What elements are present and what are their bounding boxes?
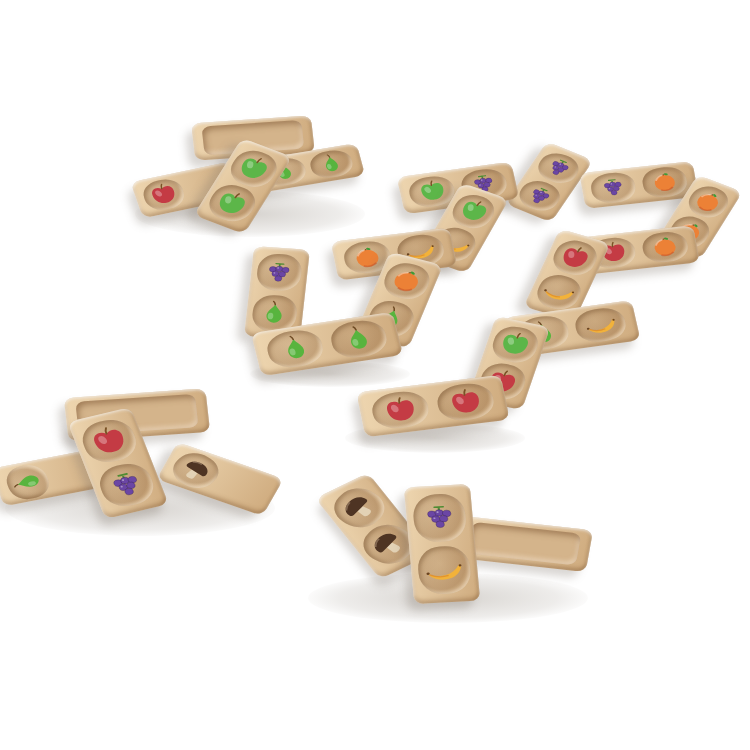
tile-cells: [408, 490, 477, 598]
tile-cells: [247, 251, 306, 336]
red-apple-cell: [364, 386, 437, 434]
red-apple-icon: [369, 388, 432, 431]
red-apple-icon: [140, 176, 188, 213]
grapes-icon: [256, 253, 303, 292]
pear-icon: [263, 327, 326, 370]
banana-icon: [572, 305, 629, 344]
grapes-icon: [412, 493, 467, 543]
pear-icon: [1, 461, 53, 503]
tile-cells: [585, 163, 692, 206]
green-apple-icon: [489, 323, 542, 365]
banana-cell: [568, 303, 634, 347]
orange-icon: [640, 165, 689, 199]
grapes-cell: [252, 251, 307, 295]
banana-cell: [412, 542, 476, 598]
grapes-cell: [585, 169, 642, 207]
orange-icon: [640, 230, 690, 265]
domino-grapes-banana[interactable]: [404, 484, 480, 604]
orange-cell: [636, 228, 694, 267]
tile-cells: [509, 146, 588, 219]
pear-icon: [308, 148, 356, 181]
pear-cell: [322, 315, 395, 363]
banana-icon: [417, 545, 472, 595]
red-apple-icon: [434, 380, 497, 423]
pear-icon: [327, 318, 390, 361]
tile-cells: [528, 234, 606, 317]
grapes-icon: [589, 171, 638, 205]
pear-cell: [259, 325, 332, 373]
grapes-cell: [408, 490, 472, 546]
pear-cell: [304, 146, 359, 183]
grapes-icon: [94, 459, 158, 510]
red-apple-cell: [429, 378, 502, 426]
domino-back-tray: [466, 522, 582, 566]
domino-grapes-grapes[interactable]: [505, 141, 593, 222]
photo-scene: [0, 0, 750, 750]
